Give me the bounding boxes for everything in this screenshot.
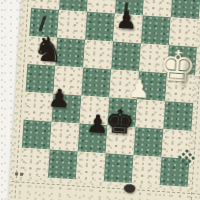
board-photo: © ♞♟♟♟♚♟♚ <box>0 0 200 200</box>
square-f1[interactable] <box>104 153 134 183</box>
corner-print-marks <box>15 172 26 176</box>
square-h3[interactable] <box>163 101 193 131</box>
square-c2[interactable] <box>22 120 52 150</box>
black-king-f2[interactable]: ♚ <box>102 104 137 139</box>
square-f5[interactable] <box>111 42 141 72</box>
square-g3[interactable] <box>135 99 165 129</box>
square-e6[interactable] <box>85 12 115 42</box>
chess-board: © ♞♟♟♟♚♟♚ <box>7 0 200 200</box>
square-e4[interactable] <box>81 68 111 98</box>
square-g7[interactable] <box>143 0 173 17</box>
black-knight-c5[interactable]: ♞ <box>30 31 66 67</box>
square-d1[interactable] <box>48 150 78 180</box>
square-e5[interactable] <box>83 40 113 70</box>
square-d2[interactable] <box>50 122 80 152</box>
white-king-h4[interactable]: ♚ <box>155 45 200 90</box>
square-g2[interactable] <box>134 127 164 157</box>
square-g1[interactable] <box>132 155 162 185</box>
white-pawn-g3[interactable]: ♟ <box>126 76 153 103</box>
black-pawn-d3[interactable]: ♟ <box>46 85 73 112</box>
square-h7[interactable] <box>171 0 200 19</box>
square-e1[interactable] <box>76 151 106 181</box>
